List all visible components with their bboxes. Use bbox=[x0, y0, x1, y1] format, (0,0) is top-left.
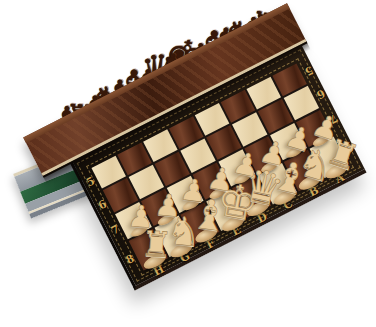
rank-label-left-7: 7 bbox=[109, 223, 121, 236]
rank-label-left-5: 5 bbox=[85, 175, 97, 188]
white-pawn-H7: ♟ bbox=[126, 201, 155, 233]
rank-label-right-6: 6 bbox=[315, 87, 327, 100]
rank-label-left-8: 8 bbox=[124, 252, 136, 265]
rank-label-right-5: 5 bbox=[303, 64, 315, 77]
rank-label-left-6: 6 bbox=[96, 198, 108, 211]
white-pawn-F7: ♟ bbox=[178, 174, 209, 207]
product-photo-folding-chess-set: ♜♞♝♛♚♝♞♜♟♟♟♟♟♟♟♟ 56785678HGFEDCBA♜♞♝♚♛♝♞… bbox=[0, 0, 376, 327]
